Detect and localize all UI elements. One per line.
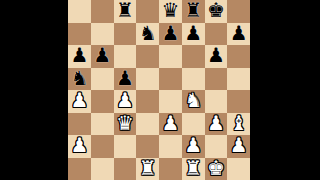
video-frame: ♜♛♜♚♞♟♟♟♟♟♟♞♟♟♟♞♛♟♟♝♟♟♟♜♜♚ — [0, 0, 320, 180]
square-e5[interactable] — [159, 68, 182, 91]
square-d4[interactable] — [136, 90, 159, 113]
square-g7[interactable] — [205, 23, 228, 46]
square-a1[interactable] — [68, 158, 91, 181]
square-h1[interactable] — [227, 158, 250, 181]
white-king[interactable]: ♚ — [207, 158, 225, 178]
white-pawn[interactable]: ♟ — [70, 90, 88, 110]
square-b4[interactable] — [91, 90, 114, 113]
black-pawn[interactable]: ♟ — [230, 23, 248, 43]
square-b8[interactable] — [91, 0, 114, 23]
square-g6[interactable]: ♟ — [205, 45, 228, 68]
square-b5[interactable] — [91, 68, 114, 91]
square-f6[interactable] — [182, 45, 205, 68]
white-rook[interactable]: ♜ — [184, 158, 202, 178]
white-pawn[interactable]: ♟ — [70, 135, 88, 155]
square-f2[interactable]: ♟ — [182, 135, 205, 158]
square-h6[interactable] — [227, 45, 250, 68]
square-c6[interactable] — [114, 45, 137, 68]
square-a7[interactable] — [68, 23, 91, 46]
white-queen[interactable]: ♛ — [116, 113, 134, 133]
square-d6[interactable] — [136, 45, 159, 68]
letterbox-right — [250, 0, 320, 180]
square-e2[interactable] — [159, 135, 182, 158]
square-e8[interactable]: ♛ — [159, 0, 182, 23]
square-e6[interactable] — [159, 45, 182, 68]
square-d5[interactable] — [136, 68, 159, 91]
square-e7[interactable]: ♟ — [159, 23, 182, 46]
white-bishop[interactable]: ♝ — [230, 113, 248, 133]
square-g8[interactable]: ♚ — [205, 0, 228, 23]
square-d2[interactable] — [136, 135, 159, 158]
white-pawn[interactable]: ♟ — [116, 90, 134, 110]
square-f5[interactable] — [182, 68, 205, 91]
black-rook[interactable]: ♜ — [184, 0, 202, 20]
square-b1[interactable] — [91, 158, 114, 181]
white-pawn[interactable]: ♟ — [161, 113, 179, 133]
square-c5[interactable]: ♟ — [114, 68, 137, 91]
square-c2[interactable] — [114, 135, 137, 158]
black-pawn[interactable]: ♟ — [184, 23, 202, 43]
square-f4[interactable]: ♞ — [182, 90, 205, 113]
square-b7[interactable] — [91, 23, 114, 46]
square-h7[interactable]: ♟ — [227, 23, 250, 46]
black-king[interactable]: ♚ — [207, 0, 225, 20]
square-b6[interactable]: ♟ — [91, 45, 114, 68]
letterbox-left — [0, 0, 68, 180]
black-pawn[interactable]: ♟ — [207, 45, 225, 65]
square-b2[interactable] — [91, 135, 114, 158]
black-pawn[interactable]: ♟ — [161, 23, 179, 43]
square-h8[interactable] — [227, 0, 250, 23]
square-f1[interactable]: ♜ — [182, 158, 205, 181]
square-d1[interactable]: ♜ — [136, 158, 159, 181]
square-a8[interactable] — [68, 0, 91, 23]
square-e3[interactable]: ♟ — [159, 113, 182, 136]
square-c3[interactable]: ♛ — [114, 113, 137, 136]
black-knight[interactable]: ♞ — [70, 68, 88, 88]
white-pawn[interactable]: ♟ — [207, 113, 225, 133]
square-f7[interactable]: ♟ — [182, 23, 205, 46]
black-pawn[interactable]: ♟ — [93, 45, 111, 65]
square-c8[interactable]: ♜ — [114, 0, 137, 23]
square-g2[interactable] — [205, 135, 228, 158]
square-f8[interactable]: ♜ — [182, 0, 205, 23]
square-g1[interactable]: ♚ — [205, 158, 228, 181]
square-c7[interactable] — [114, 23, 137, 46]
square-g4[interactable] — [205, 90, 228, 113]
square-h4[interactable] — [227, 90, 250, 113]
square-h5[interactable] — [227, 68, 250, 91]
square-c1[interactable] — [114, 158, 137, 181]
square-a6[interactable]: ♟ — [68, 45, 91, 68]
square-a5[interactable]: ♞ — [68, 68, 91, 91]
white-pawn[interactable]: ♟ — [230, 135, 248, 155]
chess-board: ♜♛♜♚♞♟♟♟♟♟♟♞♟♟♟♞♛♟♟♝♟♟♟♜♜♚ — [68, 0, 250, 180]
square-a4[interactable]: ♟ — [68, 90, 91, 113]
square-g3[interactable]: ♟ — [205, 113, 228, 136]
black-knight[interactable]: ♞ — [139, 23, 157, 43]
white-rook[interactable]: ♜ — [139, 158, 157, 178]
square-g5[interactable] — [205, 68, 228, 91]
white-knight[interactable]: ♞ — [184, 90, 202, 110]
square-a3[interactable] — [68, 113, 91, 136]
square-a2[interactable]: ♟ — [68, 135, 91, 158]
square-f3[interactable] — [182, 113, 205, 136]
black-pawn[interactable]: ♟ — [116, 68, 134, 88]
square-b3[interactable] — [91, 113, 114, 136]
square-d8[interactable] — [136, 0, 159, 23]
square-h2[interactable]: ♟ — [227, 135, 250, 158]
square-h3[interactable]: ♝ — [227, 113, 250, 136]
white-pawn[interactable]: ♟ — [184, 135, 202, 155]
black-pawn[interactable]: ♟ — [70, 45, 88, 65]
black-queen[interactable]: ♛ — [161, 0, 179, 20]
square-e4[interactable] — [159, 90, 182, 113]
square-d3[interactable] — [136, 113, 159, 136]
square-c4[interactable]: ♟ — [114, 90, 137, 113]
square-e1[interactable] — [159, 158, 182, 181]
black-rook[interactable]: ♜ — [116, 0, 134, 20]
square-d7[interactable]: ♞ — [136, 23, 159, 46]
